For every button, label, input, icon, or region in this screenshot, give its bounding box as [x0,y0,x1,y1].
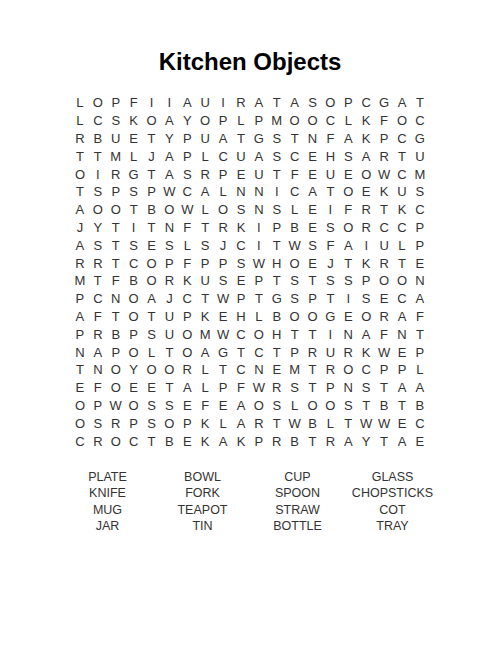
grid-cell-r7c10: S [232,201,250,219]
grid-cell-r9c2: S [89,236,107,254]
grid-cell-r8c10: K [232,219,250,237]
grid-cell-r1c4: F [125,94,143,112]
grid-cell-r3c20: G [411,130,429,148]
grid-cell-r1c3: P [107,94,125,112]
grid-cell-r19c8: K [196,414,214,432]
grid-cell-r4c4: L [125,147,143,165]
grid-cell-r18c6: S [160,397,178,415]
grid-cell-r1c18: G [375,94,393,112]
grid-cell-r12c3: N [107,290,125,308]
grid-cell-r17c3: O [107,379,125,397]
grid-cell-r19c12: T [268,414,286,432]
grid-cell-r14c20: T [411,325,429,343]
grid-cell-r14c12: H [268,325,286,343]
grid-cell-r13c12: B [268,308,286,326]
grid-cell-r13c20: F [411,308,429,326]
grid-cell-r14c16: N [339,325,357,343]
grid-cell-r17c5: E [143,379,161,397]
grid-cell-r14c9: W [214,325,232,343]
grid-cell-r16c11: N [250,361,268,379]
grid-cell-r16c19: P [393,361,411,379]
grid-cell-r4c15: H [321,147,339,165]
grid-cell-r1c16: P [339,94,357,112]
grid-cell-r5c11: U [250,165,268,183]
grid-cell-r19c20: C [411,414,429,432]
grid-cell-r17c17: S [357,379,375,397]
grid-cell-r20c1: C [71,432,89,450]
word-item: TEAPOT [155,502,250,518]
grid-cell-r8c16: O [339,219,357,237]
grid-cell-r8c9: R [214,219,232,237]
grid-cell-r19c6: O [160,414,178,432]
grid-cell-r4c11: A [250,147,268,165]
grid-cell-r18c12: S [268,397,286,415]
grid-cell-r10c18: R [375,254,393,272]
grid-cell-r17c6: T [160,379,178,397]
grid-cell-r2c20: C [411,112,429,130]
grid-cell-r14c11: O [250,325,268,343]
grid-cell-r3c4: E [125,130,143,148]
grid-cell-r9c7: L [178,236,196,254]
grid-cell-r7c19: K [393,201,411,219]
word-item: KNIFE [60,485,155,501]
grid-cell-r16c5: O [143,361,161,379]
grid-cell-r10c20: E [411,254,429,272]
grid-cell-r17c2: F [89,379,107,397]
grid-cell-r6c9: L [214,183,232,201]
grid-cell-r4c2: T [89,147,107,165]
grid-cell-r16c16: O [339,361,357,379]
grid-cell-r8c13: B [286,219,304,237]
grid-cell-r9c1: A [71,236,89,254]
grid-cell-r11c12: T [268,272,286,290]
grid-cell-r14c10: C [232,325,250,343]
grid-cell-r14c4: P [125,325,143,343]
grid-cell-r5c1: O [71,165,89,183]
grid-cell-r18c13: L [286,397,304,415]
grid-cell-r3c3: U [107,130,125,148]
grid-cell-r12c4: O [125,290,143,308]
grid-cell-r7c17: R [357,201,375,219]
grid-cell-r10c2: R [89,254,107,272]
grid-cell-r20c6: B [160,432,178,450]
grid-cell-r7c16: F [339,201,357,219]
grid-cell-r4c6: A [160,147,178,165]
grid-cell-r9c3: T [107,236,125,254]
grid-cell-r1c2: O [89,94,107,112]
grid-cell-r8c11: I [250,219,268,237]
grid-cell-r2c2: C [89,112,107,130]
grid-cell-r9c4: S [125,236,143,254]
grid-cell-r5c13: F [286,165,304,183]
grid-cell-r13c3: T [107,308,125,326]
grid-cell-r17c10: F [232,379,250,397]
grid-cell-r2c3: S [107,112,125,130]
grid-cell-r12c2: C [89,290,107,308]
grid-cell-r11c17: P [357,272,375,290]
grid-cell-r18c5: S [143,397,161,415]
grid-cell-r2c15: C [321,112,339,130]
grid-cell-r17c15: P [321,379,339,397]
grid-cell-r15c9: G [214,343,232,361]
grid-cell-r11c8: U [196,272,214,290]
grid-cell-r4c19: T [393,147,411,165]
grid-cell-r11c16: S [339,272,357,290]
grid-cell-r16c1: T [71,361,89,379]
grid-cell-r13c10: H [232,308,250,326]
grid-cell-r13c7: P [178,308,196,326]
grid-cell-r11c15: S [321,272,339,290]
grid-cell-r8c12: P [268,219,286,237]
word-item: PLATE [60,469,155,485]
word-item: STRAW [250,502,345,518]
grid-cell-r8c7: F [178,219,196,237]
grid-cell-r1c17: C [357,94,375,112]
grid-cell-r14c14: T [304,325,322,343]
grid-cell-r7c9: O [214,201,232,219]
grid-cell-r16c2: N [89,361,107,379]
grid-cell-r11c1: M [71,272,89,290]
grid-cell-r11c19: O [393,272,411,290]
grid-cell-r6c10: N [232,183,250,201]
grid-cell-r12c19: C [393,290,411,308]
grid-cell-r15c3: P [107,343,125,361]
grid-cell-r18c16: S [339,397,357,415]
worksheet-page: Kitchen Objects LOPFIIAUIRATASOPCGATLCSK… [0,0,500,647]
grid-cell-r10c9: P [214,254,232,272]
grid-cell-r13c17: O [357,308,375,326]
grid-cell-r4c20: U [411,147,429,165]
grid-cell-r2c7: Y [178,112,196,130]
grid-cell-r7c7: W [178,201,196,219]
grid-cell-r9c15: F [321,236,339,254]
grid-cell-r12c7: C [178,290,196,308]
grid-cell-r6c1: T [71,183,89,201]
grid-cell-r14c19: N [393,325,411,343]
grid-cell-r4c7: P [178,147,196,165]
grid-cell-r14c17: A [357,325,375,343]
grid-cell-r19c7: P [178,414,196,432]
grid-cell-r10c16: T [339,254,357,272]
grid-cell-r1c7: A [178,94,196,112]
grid-cell-r2c6: A [160,112,178,130]
grid-cell-r13c13: O [286,308,304,326]
grid-cell-r5c9: P [214,165,232,183]
grid-cell-r12c6: J [160,290,178,308]
grid-cell-r7c4: T [125,201,143,219]
grid-cell-r12c17: S [357,290,375,308]
puzzle-title: Kitchen Objects [0,0,500,76]
grid-cell-r5c7: S [178,165,196,183]
grid-cell-r13c18: R [375,308,393,326]
grid-cell-r16c13: M [286,361,304,379]
grid-cell-r6c3: P [107,183,125,201]
grid-cell-r19c3: R [107,414,125,432]
grid-cell-r9c12: T [268,236,286,254]
grid-cell-r13c16: E [339,308,357,326]
grid-cell-r11c2: T [89,272,107,290]
grid-cell-r4c17: A [357,147,375,165]
grid-cell-r5c17: O [357,165,375,183]
word-item: BOWL [155,469,250,485]
grid-cell-r12c5: A [143,290,161,308]
grid-cell-r7c6: O [160,201,178,219]
grid-cell-r19c11: R [250,414,268,432]
grid-cell-r17c12: R [268,379,286,397]
grid-cell-r20c2: R [89,432,107,450]
word-item: SPOON [250,485,345,501]
grid-cell-r15c16: R [339,343,357,361]
grid-cell-r12c16: I [339,290,357,308]
grid-cell-r6c6: W [160,183,178,201]
grid-cell-r3c17: K [357,130,375,148]
grid-cell-r8c14: E [304,219,322,237]
grid-cell-r18c18: B [375,397,393,415]
grid-cell-r14c18: F [375,325,393,343]
grid-cell-r11c20: N [411,272,429,290]
grid-cell-r12c14: P [304,290,322,308]
grid-cell-r10c19: T [393,254,411,272]
grid-cell-r18c4: O [125,397,143,415]
grid-cell-r7c15: I [321,201,339,219]
grid-cell-r1c5: I [143,94,161,112]
grid-cell-r17c13: S [286,379,304,397]
grid-cell-r18c17: T [357,397,375,415]
grid-cell-r12c9: W [214,290,232,308]
word-item: MUG [60,502,155,518]
grid-cell-r4c1: T [71,147,89,165]
grid-cell-r8c1: J [71,219,89,237]
grid-cell-r7c2: O [89,201,107,219]
grid-cell-r6c14: A [304,183,322,201]
grid-cell-r7c11: N [250,201,268,219]
grid-cell-r16c15: R [321,361,339,379]
grid-cell-r14c5: S [143,325,161,343]
grid-cell-r18c9: E [214,397,232,415]
grid-cell-r7c5: B [143,201,161,219]
grid-cell-r4c18: R [375,147,393,165]
grid-cell-r7c14: E [304,201,322,219]
grid-cell-r11c18: O [375,272,393,290]
grid-cell-r5c16: E [339,165,357,183]
grid-cell-r19c13: W [286,414,304,432]
grid-cell-r17c9: P [214,379,232,397]
grid-cell-r11c7: K [178,272,196,290]
grid-cell-r1c9: I [214,94,232,112]
grid-cell-r4c5: J [143,147,161,165]
grid-cell-r17c14: T [304,379,322,397]
grid-cell-r3c13: T [286,130,304,148]
grid-cell-r5c14: E [304,165,322,183]
grid-cell-r1c20: T [411,94,429,112]
grid-cell-r19c9: L [214,414,232,432]
grid-cell-r2c9: P [214,112,232,130]
grid-cell-r18c1: O [71,397,89,415]
grid-cell-r15c18: W [375,343,393,361]
grid-cell-r10c7: F [178,254,196,272]
grid-cell-r15c11: C [250,343,268,361]
grid-cell-r15c8: A [196,343,214,361]
grid-cell-r20c15: R [321,432,339,450]
grid-cell-r10c3: T [107,254,125,272]
grid-cell-r5c4: G [125,165,143,183]
grid-cell-r8c20: P [411,219,429,237]
grid-cell-r19c1: O [71,414,89,432]
grid-cell-r12c10: P [232,290,250,308]
grid-cell-r15c6: T [160,343,178,361]
grid-cell-r5c19: C [393,165,411,183]
grid-cell-r10c14: E [304,254,322,272]
grid-cell-r11c13: S [286,272,304,290]
grid-cell-r13c2: F [89,308,107,326]
grid-cell-r14c1: P [71,325,89,343]
grid-cell-r10c1: R [71,254,89,272]
grid-cell-r12c18: E [375,290,393,308]
grid-cell-r16c17: C [357,361,375,379]
grid-cell-r13c19: A [393,308,411,326]
grid-cell-r1c10: R [232,94,250,112]
grid-cell-r15c7: O [178,343,196,361]
grid-cell-r20c10: K [232,432,250,450]
grid-cell-r18c14: O [304,397,322,415]
grid-cell-r6c8: A [196,183,214,201]
grid-cell-r12c13: S [286,290,304,308]
grid-cell-r19c4: P [125,414,143,432]
grid-cell-r1c8: U [196,94,214,112]
grid-cell-r20c17: Y [357,432,375,450]
grid-cell-r17c1: E [71,379,89,397]
grid-cell-r15c12: T [268,343,286,361]
grid-cell-r11c4: B [125,272,143,290]
grid-cell-r13c1: A [71,308,89,326]
grid-cell-r15c19: E [393,343,411,361]
grid-cell-r1c6: I [160,94,178,112]
grid-cell-r19c5: S [143,414,161,432]
grid-cell-r16c4: Y [125,361,143,379]
grid-cell-r9c16: A [339,236,357,254]
grid-cell-r4c13: C [286,147,304,165]
grid-cell-r20c19: A [393,432,411,450]
grid-cell-r19c19: E [393,414,411,432]
grid-cell-r15c14: R [304,343,322,361]
grid-cell-r13c4: O [125,308,143,326]
grid-cell-r11c6: R [160,272,178,290]
grid-cell-r17c16: N [339,379,357,397]
grid-cell-r18c11: O [250,397,268,415]
grid-cell-r20c7: E [178,432,196,450]
grid-cell-r15c4: O [125,343,143,361]
grid-cell-r6c20: S [411,183,429,201]
grid-cell-r10c12: H [268,254,286,272]
grid-cell-r20c16: A [339,432,357,450]
grid-cell-r5c20: M [411,165,429,183]
grid-cell-r20c5: T [143,432,161,450]
grid-cell-r18c7: E [178,397,196,415]
grid-cell-r20c11: P [250,432,268,450]
grid-cell-r15c15: U [321,343,339,361]
grid-cell-r7c13: L [286,201,304,219]
grid-cell-r12c1: P [71,290,89,308]
grid-cell-r6c4: S [125,183,143,201]
grid-cell-r1c19: A [393,94,411,112]
grid-cell-r2c17: K [357,112,375,130]
grid-cell-r20c14: T [304,432,322,450]
grid-cell-r17c4: E [125,379,143,397]
grid-cell-r14c15: I [321,325,339,343]
grid-cell-r9c5: E [143,236,161,254]
grid-cell-r7c20: C [411,201,429,219]
grid-cell-r2c10: L [232,112,250,130]
grid-cell-r9c8: S [196,236,214,254]
grid-cell-r2c18: F [375,112,393,130]
grid-cell-r3c15: F [321,130,339,148]
grid-cell-r3c12: S [268,130,286,148]
grid-cell-r19c2: S [89,414,107,432]
grid-cell-r13c8: K [196,308,214,326]
grid-cell-r2c1: L [71,112,89,130]
grid-cell-r18c8: F [196,397,214,415]
grid-cell-r18c10: A [232,397,250,415]
grid-cell-r3c5: T [143,130,161,148]
grid-cell-r13c14: O [304,308,322,326]
grid-cell-r2c19: O [393,112,411,130]
grid-cell-r16c18: P [375,361,393,379]
grid-cell-r10c11: W [250,254,268,272]
grid-cell-r9c14: S [304,236,322,254]
grid-cell-r6c12: I [268,183,286,201]
grid-cell-r19c18: W [375,414,393,432]
grid-cell-r10c17: K [357,254,375,272]
grid-cell-r13c11: L [250,308,268,326]
grid-cell-r8c17: R [357,219,375,237]
word-item: COT [345,502,440,518]
grid-cell-r14c7: O [178,325,196,343]
grid-cell-r4c9: C [214,147,232,165]
grid-cell-r17c18: T [375,379,393,397]
grid-cell-r16c3: O [107,361,125,379]
grid-cell-r14c13: T [286,325,304,343]
grid-cell-r4c3: M [107,147,125,165]
grid-cell-r1c14: S [304,94,322,112]
grid-cell-r5c12: T [268,165,286,183]
grid-cell-r3c19: C [393,130,411,148]
grid-cell-r15c13: P [286,343,304,361]
grid-cell-r6c15: T [321,183,339,201]
grid-cell-r1c1: L [71,94,89,112]
grid-cell-r9c11: I [250,236,268,254]
grid-cell-r6c7: C [178,183,196,201]
grid-cell-r1c12: T [268,94,286,112]
grid-cell-r9c13: W [286,236,304,254]
grid-cell-r3c2: B [89,130,107,148]
grid-cell-r19c17: W [357,414,375,432]
grid-cell-r2c11: P [250,112,268,130]
word-item: BOTTLE [250,518,345,534]
grid-cell-r2c4: K [125,112,143,130]
grid-cell-r6c16: O [339,183,357,201]
grid-cell-r11c9: S [214,272,232,290]
grid-cell-r4c8: L [196,147,214,165]
grid-cell-r13c9: E [214,308,232,326]
grid-cell-r15c17: K [357,343,375,361]
grid-cell-r4c16: S [339,147,357,165]
grid-cell-r10c6: P [160,254,178,272]
grid-cell-r6c2: S [89,183,107,201]
grid-cell-r5c5: T [143,165,161,183]
grid-cell-r7c1: A [71,201,89,219]
grid-cell-r8c19: C [393,219,411,237]
grid-cell-r11c14: T [304,272,322,290]
